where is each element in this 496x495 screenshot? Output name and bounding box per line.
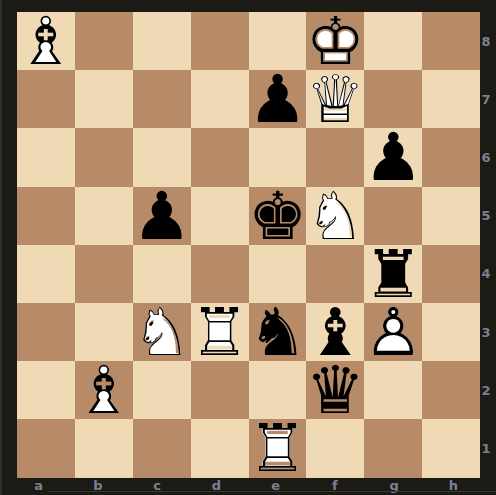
piece-white-bishop[interactable]: ♝︎♗︎ bbox=[75, 361, 133, 419]
square-b7[interactable] bbox=[75, 70, 133, 128]
black-rook-icon: ♜︎ bbox=[364, 246, 422, 304]
piece-white-pawn[interactable]: ♟︎♙︎ bbox=[364, 303, 422, 361]
piece-black-king[interactable]: ♚︎ bbox=[249, 187, 307, 245]
square-d6[interactable] bbox=[191, 128, 249, 186]
square-a4[interactable] bbox=[17, 245, 75, 303]
square-d2[interactable] bbox=[191, 361, 249, 419]
rank-label-3: 3 bbox=[478, 303, 494, 361]
square-d1[interactable] bbox=[191, 419, 249, 477]
square-c2[interactable] bbox=[133, 361, 191, 419]
rank-label-7: 7 bbox=[478, 70, 494, 128]
rank-label-5: 5 bbox=[478, 187, 494, 245]
square-f5[interactable]: ♞︎♘︎ bbox=[306, 187, 364, 245]
white-rook-outline-icon: ♖︎ bbox=[191, 304, 249, 362]
white-knight-outline-icon: ♘︎ bbox=[133, 304, 191, 362]
piece-black-queen[interactable]: ♛︎ bbox=[306, 361, 364, 419]
white-bishop-outline-icon: ♗︎ bbox=[75, 362, 133, 420]
black-king-icon: ♚︎ bbox=[249, 188, 307, 246]
square-g8[interactable] bbox=[364, 12, 422, 70]
square-a2[interactable] bbox=[17, 361, 75, 419]
square-h1[interactable] bbox=[422, 419, 480, 477]
square-a1[interactable] bbox=[17, 419, 75, 477]
square-d5[interactable] bbox=[191, 187, 249, 245]
square-f7[interactable]: ♛︎♕︎ bbox=[306, 70, 364, 128]
white-bishop-icon: ♝︎ bbox=[75, 362, 133, 420]
square-c1[interactable] bbox=[133, 419, 191, 477]
white-rook-icon: ♜︎ bbox=[191, 304, 249, 362]
square-d7[interactable] bbox=[191, 70, 249, 128]
square-f1[interactable] bbox=[306, 419, 364, 477]
black-queen-icon: ♛︎ bbox=[306, 362, 364, 420]
rank-label-4: 4 bbox=[478, 245, 494, 303]
white-bishop-outline-icon: ♗︎ bbox=[17, 13, 75, 71]
rank-label-1: 1 bbox=[478, 419, 494, 477]
square-a8[interactable]: ♝︎♗︎ bbox=[17, 12, 75, 70]
white-queen-outline-icon: ♕︎ bbox=[306, 71, 364, 129]
square-e4[interactable] bbox=[249, 245, 307, 303]
square-b2[interactable]: ♝︎♗︎ bbox=[75, 361, 133, 419]
square-b6[interactable] bbox=[75, 128, 133, 186]
square-h4[interactable] bbox=[422, 245, 480, 303]
white-knight-icon: ♞︎ bbox=[306, 188, 364, 246]
rank-label-2: 2 bbox=[478, 361, 494, 419]
black-pawn-icon: ♟︎ bbox=[133, 188, 191, 246]
white-pawn-outline-icon: ♙︎ bbox=[364, 304, 422, 362]
square-g5[interactable] bbox=[364, 187, 422, 245]
square-d8[interactable] bbox=[191, 12, 249, 70]
piece-white-rook[interactable]: ♜︎♖︎ bbox=[191, 303, 249, 361]
chess-board: ♝︎♗︎♚︎♔︎♟︎♛︎♕︎♟︎♟︎♚︎♞︎♘︎♜︎♞︎♘︎♜︎♖︎♞︎♝︎♟︎… bbox=[17, 12, 480, 478]
square-e7[interactable]: ♟︎ bbox=[249, 70, 307, 128]
white-rook-outline-icon: ♖︎ bbox=[249, 420, 307, 478]
square-e6[interactable] bbox=[249, 128, 307, 186]
white-king-outline-icon: ♔︎ bbox=[306, 13, 364, 71]
white-pawn-icon: ♟︎ bbox=[364, 304, 422, 362]
rank-label-6: 6 bbox=[478, 128, 494, 186]
piece-white-knight[interactable]: ♞︎♘︎ bbox=[306, 187, 364, 245]
square-f6[interactable] bbox=[306, 128, 364, 186]
square-g6[interactable]: ♟︎ bbox=[364, 128, 422, 186]
square-h2[interactable] bbox=[422, 361, 480, 419]
square-b5[interactable] bbox=[75, 187, 133, 245]
square-h8[interactable] bbox=[422, 12, 480, 70]
black-pawn-icon: ♟︎ bbox=[249, 71, 307, 129]
square-b8[interactable] bbox=[75, 12, 133, 70]
square-c6[interactable] bbox=[133, 128, 191, 186]
piece-white-rook[interactable]: ♜︎♖︎ bbox=[249, 419, 307, 477]
square-h5[interactable] bbox=[422, 187, 480, 245]
square-e8[interactable] bbox=[249, 12, 307, 70]
piece-white-bishop[interactable]: ♝︎♗︎ bbox=[17, 12, 75, 70]
piece-black-pawn[interactable]: ♟︎ bbox=[133, 187, 191, 245]
square-f4[interactable] bbox=[306, 245, 364, 303]
square-h6[interactable] bbox=[422, 128, 480, 186]
chess-app-window: ♝︎♗︎♚︎♔︎♟︎♛︎♕︎♟︎♟︎♚︎♞︎♘︎♜︎♞︎♘︎♜︎♖︎♞︎♝︎♟︎… bbox=[0, 0, 496, 495]
square-a7[interactable] bbox=[17, 70, 75, 128]
square-f2[interactable]: ♛︎ bbox=[306, 361, 364, 419]
square-c4[interactable] bbox=[133, 245, 191, 303]
square-g7[interactable] bbox=[364, 70, 422, 128]
square-h3[interactable] bbox=[422, 303, 480, 361]
square-e1[interactable]: ♜︎♖︎ bbox=[249, 419, 307, 477]
white-bishop-icon: ♝︎ bbox=[17, 13, 75, 71]
rank-label-8: 8 bbox=[478, 12, 494, 70]
white-knight-outline-icon: ♘︎ bbox=[306, 188, 364, 246]
square-g4[interactable]: ♜︎ bbox=[364, 245, 422, 303]
square-c3[interactable]: ♞︎♘︎ bbox=[133, 303, 191, 361]
white-rook-icon: ♜︎ bbox=[249, 420, 307, 478]
piece-white-knight[interactable]: ♞︎♘︎ bbox=[133, 303, 191, 361]
piece-black-pawn[interactable]: ♟︎ bbox=[249, 70, 307, 128]
piece-black-pawn[interactable]: ♟︎ bbox=[364, 128, 422, 186]
black-pawn-icon: ♟︎ bbox=[364, 129, 422, 187]
square-e2[interactable] bbox=[249, 361, 307, 419]
square-b4[interactable] bbox=[75, 245, 133, 303]
square-f3[interactable]: ♝︎ bbox=[306, 303, 364, 361]
piece-white-queen[interactable]: ♛︎♕︎ bbox=[306, 70, 364, 128]
black-knight-icon: ♞︎ bbox=[249, 304, 307, 362]
square-d3[interactable]: ♜︎♖︎ bbox=[191, 303, 249, 361]
square-a5[interactable] bbox=[17, 187, 75, 245]
square-g1[interactable] bbox=[364, 419, 422, 477]
square-e3[interactable]: ♞︎ bbox=[249, 303, 307, 361]
square-a6[interactable] bbox=[17, 128, 75, 186]
square-h7[interactable] bbox=[422, 70, 480, 128]
white-king-icon: ♚︎ bbox=[306, 13, 364, 71]
window-bottom-line bbox=[48, 491, 496, 492]
rank-labels: 87654321 bbox=[480, 12, 496, 478]
white-knight-icon: ♞︎ bbox=[133, 304, 191, 362]
white-queen-icon: ♛︎ bbox=[306, 71, 364, 129]
square-a3[interactable] bbox=[17, 303, 75, 361]
square-e5[interactable]: ♚︎ bbox=[249, 187, 307, 245]
piece-black-rook[interactable]: ♜︎ bbox=[364, 245, 422, 303]
square-g3[interactable]: ♟︎♙︎ bbox=[364, 303, 422, 361]
square-b1[interactable] bbox=[75, 419, 133, 477]
square-g2[interactable] bbox=[364, 361, 422, 419]
piece-black-knight[interactable]: ♞︎ bbox=[249, 303, 307, 361]
square-f8[interactable]: ♚︎♔︎ bbox=[306, 12, 364, 70]
square-b3[interactable] bbox=[75, 303, 133, 361]
square-c5[interactable]: ♟︎ bbox=[133, 187, 191, 245]
piece-white-king[interactable]: ♚︎♔︎ bbox=[306, 12, 364, 70]
window-edge-highlight bbox=[0, 0, 2, 495]
piece-black-bishop[interactable]: ♝︎ bbox=[306, 303, 364, 361]
square-d4[interactable] bbox=[191, 245, 249, 303]
black-bishop-icon: ♝︎ bbox=[306, 304, 364, 362]
square-c7[interactable] bbox=[133, 70, 191, 128]
square-c8[interactable] bbox=[133, 12, 191, 70]
